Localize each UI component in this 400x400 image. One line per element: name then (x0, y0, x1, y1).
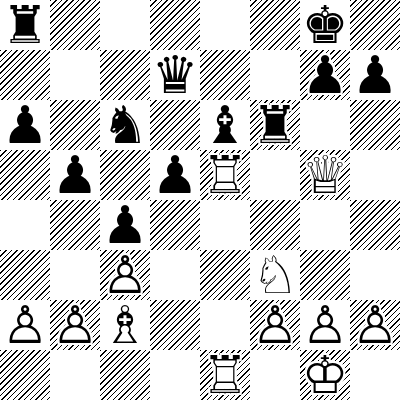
square-f1[interactable] (250, 350, 300, 400)
square-h7[interactable]: ♟ (350, 50, 400, 100)
square-e7[interactable] (200, 50, 250, 100)
square-f7[interactable] (250, 50, 300, 100)
square-f8[interactable] (250, 0, 300, 50)
square-a3[interactable] (0, 250, 50, 300)
square-f5[interactable] (250, 150, 300, 200)
square-d4[interactable] (150, 200, 200, 250)
square-c3[interactable]: ♟♙ (100, 250, 150, 300)
square-h6[interactable] (350, 100, 400, 150)
square-a4[interactable] (0, 200, 50, 250)
square-f4[interactable] (250, 200, 300, 250)
square-e2[interactable] (200, 300, 250, 350)
piece-outline-layer: ♙ (50, 300, 100, 350)
piece-outline-layer: ♙ (300, 300, 350, 350)
square-d1[interactable] (150, 350, 200, 400)
piece-white-bishop: ♝♗ (100, 300, 150, 350)
square-b3[interactable] (50, 250, 100, 300)
square-d5[interactable]: ♟ (150, 150, 200, 200)
square-b7[interactable] (50, 50, 100, 100)
square-a7[interactable] (0, 50, 50, 100)
square-a2[interactable]: ♟♙ (0, 300, 50, 350)
square-g7[interactable]: ♟ (300, 50, 350, 100)
piece-white-rook: ♜♖ (200, 350, 250, 400)
piece-black-pawn: ♟ (150, 150, 200, 200)
piece-outline-layer: ♙ (250, 300, 300, 350)
square-d3[interactable] (150, 250, 200, 300)
piece-outline-layer: ♘ (250, 250, 300, 300)
square-g6[interactable] (300, 100, 350, 150)
square-h5[interactable] (350, 150, 400, 200)
square-h1[interactable] (350, 350, 400, 400)
square-h8[interactable] (350, 0, 400, 50)
square-b2[interactable]: ♟♙ (50, 300, 100, 350)
square-a6[interactable]: ♟ (0, 100, 50, 150)
square-g3[interactable] (300, 250, 350, 300)
piece-white-pawn: ♟♙ (250, 300, 300, 350)
square-e5[interactable]: ♜♖ (200, 150, 250, 200)
square-d8[interactable] (150, 0, 200, 50)
square-a8[interactable]: ♜ (0, 0, 50, 50)
square-g4[interactable] (300, 200, 350, 250)
piece-white-pawn: ♟♙ (50, 300, 100, 350)
square-g1[interactable]: ♚♔ (300, 350, 350, 400)
piece-outline-layer: ♙ (0, 300, 50, 350)
piece-fill-layer: ♟ (0, 100, 50, 150)
piece-fill-layer: ♞ (100, 100, 150, 150)
square-c1[interactable] (100, 350, 150, 400)
square-g8[interactable]: ♚ (300, 0, 350, 50)
piece-outline-layer: ♖ (200, 350, 250, 400)
piece-fill-layer: ♜ (0, 0, 50, 50)
piece-white-pawn: ♟♙ (350, 300, 400, 350)
piece-white-pawn: ♟♙ (300, 300, 350, 350)
square-h2[interactable]: ♟♙ (350, 300, 400, 350)
square-c2[interactable]: ♝♗ (100, 300, 150, 350)
square-e6[interactable]: ♝ (200, 100, 250, 150)
piece-white-rook: ♜♖ (200, 150, 250, 200)
piece-fill-layer: ♟ (50, 150, 100, 200)
square-f6[interactable]: ♜ (250, 100, 300, 150)
piece-outline-layer: ♗ (100, 300, 150, 350)
square-h4[interactable] (350, 200, 400, 250)
piece-outline-layer: ♕ (300, 150, 350, 200)
square-b8[interactable] (50, 0, 100, 50)
square-b4[interactable] (50, 200, 100, 250)
piece-black-knight: ♞ (100, 100, 150, 150)
piece-white-pawn: ♟♙ (100, 250, 150, 300)
piece-black-pawn: ♟ (350, 50, 400, 100)
square-d2[interactable] (150, 300, 200, 350)
piece-black-queen: ♛ (150, 50, 200, 100)
square-b5[interactable]: ♟ (50, 150, 100, 200)
square-c4[interactable]: ♟ (100, 200, 150, 250)
piece-fill-layer: ♝ (200, 100, 250, 150)
square-c6[interactable]: ♞ (100, 100, 150, 150)
square-e4[interactable] (200, 200, 250, 250)
square-e8[interactable] (200, 0, 250, 50)
piece-black-pawn: ♟ (300, 50, 350, 100)
square-g2[interactable]: ♟♙ (300, 300, 350, 350)
square-c7[interactable] (100, 50, 150, 100)
piece-black-pawn: ♟ (0, 100, 50, 150)
piece-white-king: ♚♔ (300, 350, 350, 400)
piece-white-knight: ♞♘ (250, 250, 300, 300)
chess-board: ♜♚♛♟♟♟♞♝♜♟♟♜♖♛♕♟♟♙♞♘♟♙♟♙♝♗♟♙♟♙♟♙♜♖♚♔ (0, 0, 400, 400)
piece-fill-layer: ♟ (150, 150, 200, 200)
square-e1[interactable]: ♜♖ (200, 350, 250, 400)
piece-black-bishop: ♝ (200, 100, 250, 150)
piece-fill-layer: ♟ (100, 200, 150, 250)
square-c5[interactable] (100, 150, 150, 200)
piece-fill-layer: ♛ (150, 50, 200, 100)
piece-black-rook: ♜ (250, 100, 300, 150)
square-e3[interactable] (200, 250, 250, 300)
piece-black-pawn: ♟ (50, 150, 100, 200)
square-b1[interactable] (50, 350, 100, 400)
square-h3[interactable] (350, 250, 400, 300)
square-d7[interactable]: ♛ (150, 50, 200, 100)
piece-outline-layer: ♔ (300, 350, 350, 400)
square-a1[interactable] (0, 350, 50, 400)
square-f3[interactable]: ♞♘ (250, 250, 300, 300)
square-b6[interactable] (50, 100, 100, 150)
piece-fill-layer: ♟ (300, 50, 350, 100)
square-g5[interactable]: ♛♕ (300, 150, 350, 200)
square-f2[interactable]: ♟♙ (250, 300, 300, 350)
piece-fill-layer: ♚ (300, 0, 350, 50)
piece-outline-layer: ♙ (100, 250, 150, 300)
square-d6[interactable] (150, 100, 200, 150)
piece-white-pawn: ♟♙ (0, 300, 50, 350)
square-c8[interactable] (100, 0, 150, 50)
piece-white-queen: ♛♕ (300, 150, 350, 200)
piece-fill-layer: ♜ (250, 100, 300, 150)
piece-outline-layer: ♖ (200, 150, 250, 200)
piece-black-rook: ♜ (0, 0, 50, 50)
piece-outline-layer: ♙ (350, 300, 400, 350)
square-a5[interactable] (0, 150, 50, 200)
piece-black-king: ♚ (300, 0, 350, 50)
piece-fill-layer: ♟ (350, 50, 400, 100)
piece-black-pawn: ♟ (100, 200, 150, 250)
